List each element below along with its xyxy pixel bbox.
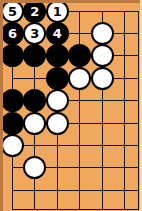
white-stone-move-5: 5: [1, 0, 24, 23]
black-stone: [68, 44, 91, 67]
move-number: 6: [8, 27, 17, 40]
grid-clip-line-bottom: [12, 209, 139, 211]
black-stone: [1, 44, 24, 67]
frame-edge-top: [0, 0, 142, 3]
white-stone: [68, 67, 91, 90]
white-stone: [46, 89, 69, 112]
move-number: 2: [30, 5, 39, 18]
black-stone: [1, 112, 24, 135]
grid-line-vertical: [124, 11, 125, 210]
white-stone: [23, 112, 46, 135]
black-stone: [46, 67, 69, 90]
grid-clip-line-right: [138, 11, 140, 210]
white-stone: [1, 134, 24, 157]
black-stone-move-4: 4: [46, 22, 69, 45]
move-number: 4: [53, 27, 62, 40]
white-stone: [23, 156, 46, 179]
white-stone: [91, 67, 114, 90]
frame-edge-left: [0, 0, 3, 211]
black-stone: [23, 89, 46, 112]
white-stone-move-1: 1: [46, 0, 69, 23]
white-stone: [91, 22, 114, 45]
frame-edge-right: [140, 0, 142, 211]
white-stone: [46, 112, 69, 135]
white-stone-move-3: 3: [23, 22, 46, 45]
grid-line-horizontal: [12, 190, 139, 191]
black-stone-move-6: 6: [1, 22, 24, 45]
white-stone: [91, 44, 114, 67]
move-number: 1: [53, 5, 62, 18]
go-diagram: 521634: [0, 0, 142, 211]
grid-line-horizontal: [12, 145, 139, 146]
black-stone: [23, 44, 46, 67]
move-number: 5: [8, 5, 17, 18]
go-board[interactable]: 521634: [0, 0, 142, 211]
black-stone-move-2: 2: [23, 0, 46, 23]
black-stone: [46, 44, 69, 67]
grid-line-vertical: [79, 11, 80, 210]
black-stone: [1, 89, 24, 112]
move-number: 3: [30, 27, 39, 40]
